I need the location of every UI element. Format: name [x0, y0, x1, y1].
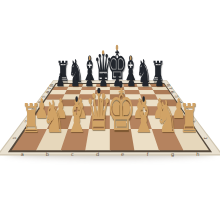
- file-label-h: h: [196, 151, 199, 157]
- rank-label-8-right: 8: [166, 84, 171, 87]
- piece-white-bishop-f1[interactable]: ♝: [130, 92, 157, 139]
- black-bishop-finial: [89, 56, 91, 60]
- piece-black-pawn-a7[interactable]: ♟: [56, 71, 66, 89]
- piece-white-knight-g1[interactable]: ♞: [154, 95, 179, 139]
- piece-white-rook-a1[interactable]: ♜: [20, 99, 42, 139]
- white-king-finial: [119, 81, 123, 87]
- white-bishop-finial: [75, 96, 78, 101]
- white-queen-finial: [97, 88, 100, 94]
- white-bishop-finial: [142, 96, 145, 101]
- piece-black-pawn-b7[interactable]: ♟: [70, 71, 80, 89]
- rank-label-7-right: 7: [168, 87, 173, 90]
- black-king-finial: [115, 45, 117, 49]
- chess-set-product-photo: abcdefgh1122334455667788 ♜♞♝♛♚♝♞♜♟♟♟♟♟♟♟…: [0, 0, 220, 220]
- rank-label-1-left: 1: [12, 136, 17, 139]
- file-label-e: e: [121, 151, 124, 157]
- file-label-a: a: [21, 151, 24, 157]
- file-label-d: d: [96, 151, 99, 157]
- file-label-b: b: [46, 151, 49, 157]
- piece-black-pawn-g7[interactable]: ♟: [140, 71, 150, 89]
- file-label-c: c: [71, 151, 74, 157]
- file-label-g: g: [171, 151, 174, 158]
- rank-label-8-left: 8: [49, 84, 54, 87]
- black-bishop-finial: [129, 56, 131, 60]
- rank-label-1-right: 1: [203, 137, 208, 140]
- black-queen-finial: [102, 50, 104, 54]
- piece-white-rook-h1[interactable]: ♜: [178, 99, 200, 139]
- file-label-f: f: [147, 151, 149, 157]
- piece-black-pawn-h7[interactable]: ♟: [154, 71, 164, 89]
